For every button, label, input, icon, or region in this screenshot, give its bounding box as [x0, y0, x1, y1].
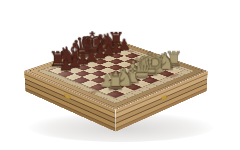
brass-clasp-icon: [65, 94, 70, 99]
chess-set-photo: ♜♞♝♛♚♝♞♜♟♟♟♟♟♟♟♟♟♟♟♟♟♟♟♟♜♞♝♛♚♝♞♜: [0, 0, 240, 150]
chess-box: ♜♞♝♛♚♝♞♜♟♟♟♟♟♟♟♟♟♟♟♟♟♟♟♟♜♞♝♛♚♝♞♜: [24, 40, 208, 110]
piece-white-rook-a1[interactable]: ♜: [100, 55, 132, 94]
brass-clasp-icon: [162, 95, 167, 100]
piece-black-pawn-a7[interactable]: ♟: [50, 37, 80, 73]
